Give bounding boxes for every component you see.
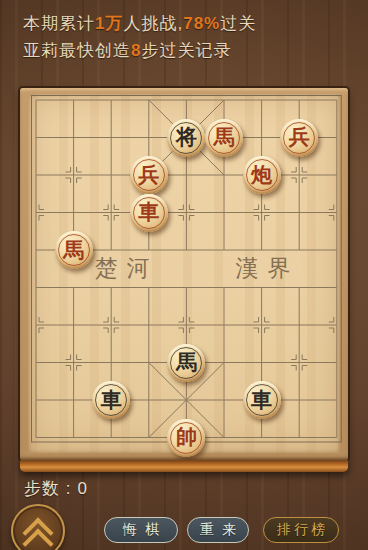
piece-red-帥[interactable]: 帥 bbox=[167, 419, 205, 457]
piece-character: 兵 bbox=[289, 127, 310, 148]
piece-character: 帥 bbox=[176, 427, 197, 448]
piece-red-馬[interactable]: 馬 bbox=[55, 231, 93, 269]
piece-red-兵[interactable]: 兵 bbox=[280, 119, 318, 157]
restart-button[interactable]: 重来 bbox=[187, 517, 249, 543]
piece-red-炮[interactable]: 炮 bbox=[243, 156, 281, 194]
piece-character: 兵 bbox=[138, 165, 159, 186]
piece-red-馬[interactable]: 馬 bbox=[205, 119, 243, 157]
challenge-stats-line: 本期累计1万人挑战,78%过关 bbox=[23, 10, 256, 37]
piece-black-将[interactable]: 将 bbox=[167, 119, 205, 157]
undo-move-button[interactable]: 悔棋 bbox=[104, 517, 178, 543]
piece-character: 車 bbox=[251, 390, 272, 411]
piece-red-車[interactable]: 車 bbox=[130, 194, 168, 232]
banner-text: 亚莉最快创造 bbox=[23, 41, 131, 60]
record-line: 亚莉最快创造8步过关记录 bbox=[23, 37, 256, 64]
challenge-banner: 本期累计1万人挑战,78%过关 亚莉最快创造8步过关记录 bbox=[23, 10, 256, 64]
river-label-han-jie: 漢界 bbox=[227, 253, 300, 284]
piece-character: 炮 bbox=[251, 165, 272, 186]
piece-character: 将 bbox=[176, 127, 197, 148]
pass-rate: 78% bbox=[183, 14, 220, 33]
piece-character: 車 bbox=[101, 390, 122, 411]
step-counter-value: 0 bbox=[77, 479, 87, 498]
step-counter-label: 步数 : bbox=[24, 479, 71, 498]
xiangqi-board[interactable]: 楚河 漢界 将馬兵兵炮車馬馬車車帥 bbox=[20, 88, 348, 460]
record-steps: 8 bbox=[131, 41, 141, 60]
piece-black-車[interactable]: 車 bbox=[243, 381, 281, 419]
piece-black-車[interactable]: 車 bbox=[92, 381, 130, 419]
banner-text: 人挑战, bbox=[123, 14, 183, 33]
step-counter: 步数 :0 bbox=[24, 477, 88, 500]
challenger-count: 1万 bbox=[95, 14, 123, 33]
piece-character: 馬 bbox=[63, 240, 84, 261]
banner-text: 步过关记录 bbox=[141, 41, 231, 60]
piece-character: 車 bbox=[138, 202, 159, 223]
banner-text: 本期累计 bbox=[23, 14, 95, 33]
board-front-edge bbox=[20, 460, 348, 472]
expand-button[interactable] bbox=[11, 504, 65, 550]
app-screen: 本期累计1万人挑战,78%过关 亚莉最快创造8步过关记录 楚河 漢界 将馬兵兵炮… bbox=[0, 0, 368, 550]
leaderboard-button[interactable]: 排行榜 bbox=[263, 517, 339, 543]
piece-black-馬[interactable]: 馬 bbox=[167, 344, 205, 382]
river-label-chu-he: 楚河 bbox=[86, 253, 159, 284]
piece-red-兵[interactable]: 兵 bbox=[130, 156, 168, 194]
piece-character: 馬 bbox=[176, 352, 197, 373]
piece-character: 馬 bbox=[214, 127, 235, 148]
banner-text: 过关 bbox=[220, 14, 256, 33]
